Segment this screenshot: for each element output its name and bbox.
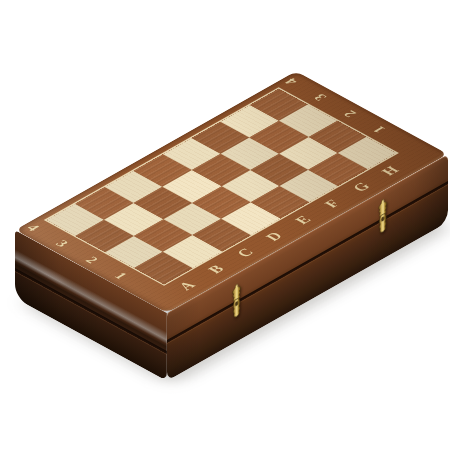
rank-label-right-3: 3 — [311, 92, 331, 103]
brass-latch-right — [376, 194, 390, 240]
rank-label-left-3: 3 — [52, 238, 72, 249]
file-label-d: D — [262, 230, 286, 243]
rank-label-left-4: 4 — [22, 222, 42, 233]
file-label-b: B — [205, 263, 229, 276]
brass-latch-left — [230, 279, 244, 325]
file-label-h: H — [378, 164, 403, 178]
rank-label-left-1: 1 — [110, 270, 130, 281]
rank-label-right-1: 1 — [370, 124, 390, 135]
rank-label-left-2: 2 — [81, 254, 101, 265]
file-label-e: E — [292, 214, 316, 227]
file-label-a: A — [175, 279, 199, 292]
file-label-g: G — [349, 180, 374, 194]
rank-label-right-4: 4 — [282, 76, 302, 87]
file-label-c: C — [233, 246, 257, 259]
rank-label-right-2: 2 — [340, 108, 360, 119]
product-photo-stage: 4321 4321 ABCDEFGH — [0, 0, 450, 450]
file-label-f: F — [321, 197, 344, 210]
